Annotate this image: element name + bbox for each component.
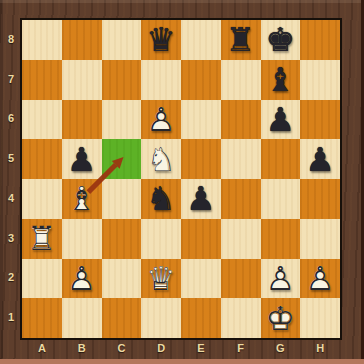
- piece-black-rook-f8[interactable]: ♜: [221, 20, 261, 60]
- square-c4[interactable]: [102, 179, 142, 219]
- piece-white-pawn-g2[interactable]: ♟♙: [261, 259, 301, 299]
- white-rook-outline: ♖: [22, 219, 62, 259]
- square-c7[interactable]: [102, 60, 142, 100]
- rank-label-7: 7: [0, 73, 22, 85]
- white-pawn-outline: ♙: [62, 259, 102, 299]
- chess-board: ♛♜♚♝♟♙♟♟♞♘♟♝♗♞♟♜♖♟♙♛♕♟♙♟♙♚♔: [22, 20, 340, 338]
- piece-black-bishop-g7[interactable]: ♝: [261, 60, 301, 100]
- file-label-B: B: [62, 338, 102, 359]
- square-b8[interactable]: [62, 20, 102, 60]
- square-d1[interactable]: [141, 298, 181, 338]
- square-d8[interactable]: ♛: [141, 20, 181, 60]
- square-d4[interactable]: ♞: [141, 179, 181, 219]
- file-label-C: C: [101, 338, 141, 359]
- square-a2[interactable]: [22, 259, 62, 299]
- square-c1[interactable]: [102, 298, 142, 338]
- square-b3[interactable]: [62, 219, 102, 259]
- piece-black-queen-d8[interactable]: ♛: [141, 20, 181, 60]
- piece-white-bishop-b4[interactable]: ♝♗: [62, 179, 102, 219]
- square-g5[interactable]: [261, 139, 301, 179]
- piece-white-king-g1[interactable]: ♚♔: [261, 298, 301, 338]
- piece-white-rook-a3[interactable]: ♜♖: [22, 219, 62, 259]
- square-e6[interactable]: [181, 100, 221, 140]
- square-h3[interactable]: [300, 219, 340, 259]
- square-e4[interactable]: ♟: [181, 179, 221, 219]
- piece-black-king-g8[interactable]: ♚: [261, 20, 301, 60]
- white-pawn-outline: ♙: [300, 259, 340, 299]
- square-c3[interactable]: [102, 219, 142, 259]
- square-f8[interactable]: ♜: [221, 20, 261, 60]
- white-bishop-outline: ♗: [62, 179, 102, 219]
- square-a4[interactable]: [22, 179, 62, 219]
- white-pawn-outline: ♙: [141, 100, 181, 140]
- square-d3[interactable]: [141, 219, 181, 259]
- black-knight-glyph: ♞: [141, 179, 181, 219]
- square-d6[interactable]: ♟♙: [141, 100, 181, 140]
- square-e3[interactable]: [181, 219, 221, 259]
- file-label-H: H: [300, 338, 340, 359]
- white-queen-outline: ♕: [141, 259, 181, 299]
- square-f1[interactable]: [221, 298, 261, 338]
- square-h4[interactable]: [300, 179, 340, 219]
- square-h1[interactable]: [300, 298, 340, 338]
- square-f5[interactable]: [221, 139, 261, 179]
- square-h2[interactable]: ♟♙: [300, 259, 340, 299]
- square-b4[interactable]: ♝♗: [62, 179, 102, 219]
- square-c6[interactable]: [102, 100, 142, 140]
- rank-label-6: 6: [0, 112, 22, 124]
- white-pawn-outline: ♙: [261, 259, 301, 299]
- square-g7[interactable]: ♝: [261, 60, 301, 100]
- square-c2[interactable]: [102, 259, 142, 299]
- square-c8[interactable]: [102, 20, 142, 60]
- black-king-glyph: ♚: [261, 20, 301, 60]
- square-f7[interactable]: [221, 60, 261, 100]
- piece-black-pawn-g6[interactable]: ♟: [261, 100, 301, 140]
- square-d5[interactable]: ♞♘: [141, 139, 181, 179]
- square-e5[interactable]: [181, 139, 221, 179]
- square-h8[interactable]: [300, 20, 340, 60]
- chess-app-window: 87654321 ABCDEFGH ♛♜♚♝♟♙♟♟♞♘♟♝♗♞♟♜♖♟♙♛♕♟…: [0, 0, 364, 364]
- square-b5[interactable]: ♟: [62, 139, 102, 179]
- white-king-outline: ♔: [261, 298, 301, 338]
- piece-white-pawn-d6[interactable]: ♟♙: [141, 100, 181, 140]
- piece-black-pawn-b5[interactable]: ♟: [62, 139, 102, 179]
- black-pawn-glyph: ♟: [62, 139, 102, 179]
- square-a8[interactable]: [22, 20, 62, 60]
- square-d2[interactable]: ♛♕: [141, 259, 181, 299]
- black-pawn-glyph: ♟: [300, 139, 340, 179]
- square-f4[interactable]: [221, 179, 261, 219]
- square-b2[interactable]: ♟♙: [62, 259, 102, 299]
- square-e1[interactable]: [181, 298, 221, 338]
- piece-black-pawn-e4[interactable]: ♟: [181, 179, 221, 219]
- square-a7[interactable]: [22, 60, 62, 100]
- rank-label-5: 5: [0, 152, 22, 164]
- rank-label-3: 3: [0, 232, 22, 244]
- file-label-F: F: [221, 338, 261, 359]
- file-label-D: D: [141, 338, 181, 359]
- square-b6[interactable]: [62, 100, 102, 140]
- rank-label-2: 2: [0, 271, 22, 283]
- rank-label-4: 4: [0, 192, 22, 204]
- square-h5[interactable]: ♟: [300, 139, 340, 179]
- piece-black-knight-d4[interactable]: ♞: [141, 179, 181, 219]
- file-label-A: A: [22, 338, 62, 359]
- white-knight-outline: ♘: [141, 139, 181, 179]
- file-label-E: E: [181, 338, 221, 359]
- square-e8[interactable]: [181, 20, 221, 60]
- piece-white-pawn-h2[interactable]: ♟♙: [300, 259, 340, 299]
- file-label-G: G: [260, 338, 300, 359]
- square-a1[interactable]: [22, 298, 62, 338]
- square-a3[interactable]: ♜♖: [22, 219, 62, 259]
- square-f3[interactable]: [221, 219, 261, 259]
- square-f6[interactable]: [221, 100, 261, 140]
- square-h6[interactable]: [300, 100, 340, 140]
- black-rook-glyph: ♜: [221, 20, 261, 60]
- black-pawn-glyph: ♟: [181, 179, 221, 219]
- square-a6[interactable]: [22, 100, 62, 140]
- square-b7[interactable]: [62, 60, 102, 100]
- square-g2[interactable]: ♟♙: [261, 259, 301, 299]
- square-b1[interactable]: [62, 298, 102, 338]
- square-g8[interactable]: ♚: [261, 20, 301, 60]
- piece-white-pawn-b2[interactable]: ♟♙: [62, 259, 102, 299]
- rank-label-8: 8: [0, 33, 22, 45]
- rank-label-1: 1: [0, 311, 22, 323]
- square-e2[interactable]: [181, 259, 221, 299]
- square-g3[interactable]: [261, 219, 301, 259]
- square-d7[interactable]: [141, 60, 181, 100]
- piece-white-queen-d2[interactable]: ♛♕: [141, 259, 181, 299]
- square-g1[interactable]: ♚♔: [261, 298, 301, 338]
- black-pawn-glyph: ♟: [261, 100, 301, 140]
- piece-white-knight-d5[interactable]: ♞♘: [141, 139, 181, 179]
- black-queen-glyph: ♛: [141, 20, 181, 60]
- square-f2[interactable]: [221, 259, 261, 299]
- square-a5[interactable]: [22, 139, 62, 179]
- square-c5[interactable]: [102, 139, 142, 179]
- black-bishop-glyph: ♝: [261, 60, 301, 100]
- square-h7[interactable]: [300, 60, 340, 100]
- piece-black-pawn-h5[interactable]: ♟: [300, 139, 340, 179]
- square-g6[interactable]: ♟: [261, 100, 301, 140]
- square-e7[interactable]: [181, 60, 221, 100]
- square-g4[interactable]: [261, 179, 301, 219]
